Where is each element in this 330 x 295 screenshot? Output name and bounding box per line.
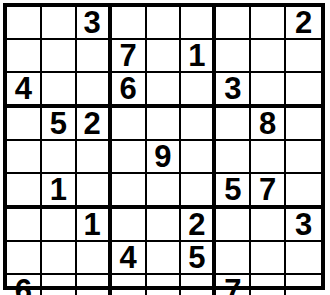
cell-r1c5[interactable] bbox=[147, 7, 182, 40]
cell-r3c7[interactable]: 3 bbox=[216, 73, 251, 108]
cell-r2c4[interactable]: 7 bbox=[112, 40, 147, 73]
cell-r8c6[interactable]: 5 bbox=[181, 242, 216, 275]
cell-r5c1[interactable] bbox=[7, 141, 42, 174]
cell-r4c6[interactable] bbox=[181, 108, 216, 141]
page: 327146352891571234567 bbox=[0, 0, 330, 295]
cell-r2c5[interactable] bbox=[147, 40, 182, 73]
cell-r9c8[interactable] bbox=[251, 275, 286, 295]
cell-r2c3[interactable] bbox=[77, 40, 112, 73]
cell-r9c2[interactable] bbox=[42, 275, 77, 295]
cell-r4c3[interactable]: 2 bbox=[77, 108, 112, 141]
cell-r7c1[interactable] bbox=[7, 209, 42, 242]
cell-r5c9[interactable] bbox=[286, 141, 321, 174]
cell-r4c4[interactable] bbox=[112, 108, 147, 141]
cell-r5c7[interactable] bbox=[216, 141, 251, 174]
cell-r3c1[interactable]: 4 bbox=[7, 73, 42, 108]
cell-r2c2[interactable] bbox=[42, 40, 77, 73]
cell-r7c9[interactable]: 3 bbox=[286, 209, 321, 242]
cell-r6c7[interactable]: 5 bbox=[216, 174, 251, 209]
cell-r3c6[interactable] bbox=[181, 73, 216, 108]
cell-r3c8[interactable] bbox=[251, 73, 286, 108]
cell-r3c5[interactable] bbox=[147, 73, 182, 108]
cell-r6c2[interactable]: 1 bbox=[42, 174, 77, 209]
cell-r2c7[interactable] bbox=[216, 40, 251, 73]
cell-r4c9[interactable] bbox=[286, 108, 321, 141]
cell-r4c5[interactable] bbox=[147, 108, 182, 141]
cell-r8c7[interactable] bbox=[216, 242, 251, 275]
cell-r3c4[interactable]: 6 bbox=[112, 73, 147, 108]
cell-r9c1[interactable]: 6 bbox=[7, 275, 42, 295]
cell-r5c3[interactable] bbox=[77, 141, 112, 174]
cell-r1c9[interactable]: 2 bbox=[286, 7, 321, 40]
cell-r4c1[interactable] bbox=[7, 108, 42, 141]
cell-r1c4[interactable] bbox=[112, 7, 147, 40]
cell-r2c9[interactable] bbox=[286, 40, 321, 73]
cell-r2c1[interactable] bbox=[7, 40, 42, 73]
cell-r9c9[interactable] bbox=[286, 275, 321, 295]
cell-r1c7[interactable] bbox=[216, 7, 251, 40]
cell-r6c8[interactable]: 7 bbox=[251, 174, 286, 209]
cell-r5c4[interactable] bbox=[112, 141, 147, 174]
cell-r7c7[interactable] bbox=[216, 209, 251, 242]
cell-r8c5[interactable] bbox=[147, 242, 182, 275]
cell-r7c3[interactable]: 1 bbox=[77, 209, 112, 242]
cell-r1c1[interactable] bbox=[7, 7, 42, 40]
cell-r5c6[interactable] bbox=[181, 141, 216, 174]
cell-r7c8[interactable] bbox=[251, 209, 286, 242]
cell-r8c2[interactable] bbox=[42, 242, 77, 275]
cell-r7c6[interactable]: 2 bbox=[181, 209, 216, 242]
cell-r9c7[interactable]: 7 bbox=[216, 275, 251, 295]
cell-r3c9[interactable] bbox=[286, 73, 321, 108]
cell-r5c2[interactable] bbox=[42, 141, 77, 174]
cell-r1c3[interactable]: 3 bbox=[77, 7, 112, 40]
cell-r2c8[interactable] bbox=[251, 40, 286, 73]
cell-r6c4[interactable] bbox=[112, 174, 147, 209]
cell-r7c2[interactable] bbox=[42, 209, 77, 242]
cell-r6c6[interactable] bbox=[181, 174, 216, 209]
cell-r6c9[interactable] bbox=[286, 174, 321, 209]
cell-r2c6[interactable]: 1 bbox=[181, 40, 216, 73]
cell-r9c6[interactable] bbox=[181, 275, 216, 295]
cell-r7c4[interactable] bbox=[112, 209, 147, 242]
cell-r4c2[interactable]: 5 bbox=[42, 108, 77, 141]
cell-r3c2[interactable] bbox=[42, 73, 77, 108]
cell-r5c8[interactable] bbox=[251, 141, 286, 174]
sudoku-board: 327146352891571234567 bbox=[3, 3, 325, 290]
cell-r7c5[interactable] bbox=[147, 209, 182, 242]
cell-r4c7[interactable] bbox=[216, 108, 251, 141]
cell-r1c6[interactable] bbox=[181, 7, 216, 40]
cell-r5c5[interactable]: 9 bbox=[147, 141, 182, 174]
cell-r8c3[interactable] bbox=[77, 242, 112, 275]
cell-r9c3[interactable] bbox=[77, 275, 112, 295]
cell-r6c1[interactable] bbox=[7, 174, 42, 209]
cell-r4c8[interactable]: 8 bbox=[251, 108, 286, 141]
cell-r8c9[interactable] bbox=[286, 242, 321, 275]
cell-r9c4[interactable] bbox=[112, 275, 147, 295]
cell-r8c8[interactable] bbox=[251, 242, 286, 275]
cell-r6c5[interactable] bbox=[147, 174, 182, 209]
cell-r1c8[interactable] bbox=[251, 7, 286, 40]
cell-r1c2[interactable] bbox=[42, 7, 77, 40]
cell-r9c5[interactable] bbox=[147, 275, 182, 295]
cell-r8c4[interactable]: 4 bbox=[112, 242, 147, 275]
cell-r3c3[interactable] bbox=[77, 73, 112, 108]
cell-r6c3[interactable] bbox=[77, 174, 112, 209]
cell-r8c1[interactable] bbox=[7, 242, 42, 275]
